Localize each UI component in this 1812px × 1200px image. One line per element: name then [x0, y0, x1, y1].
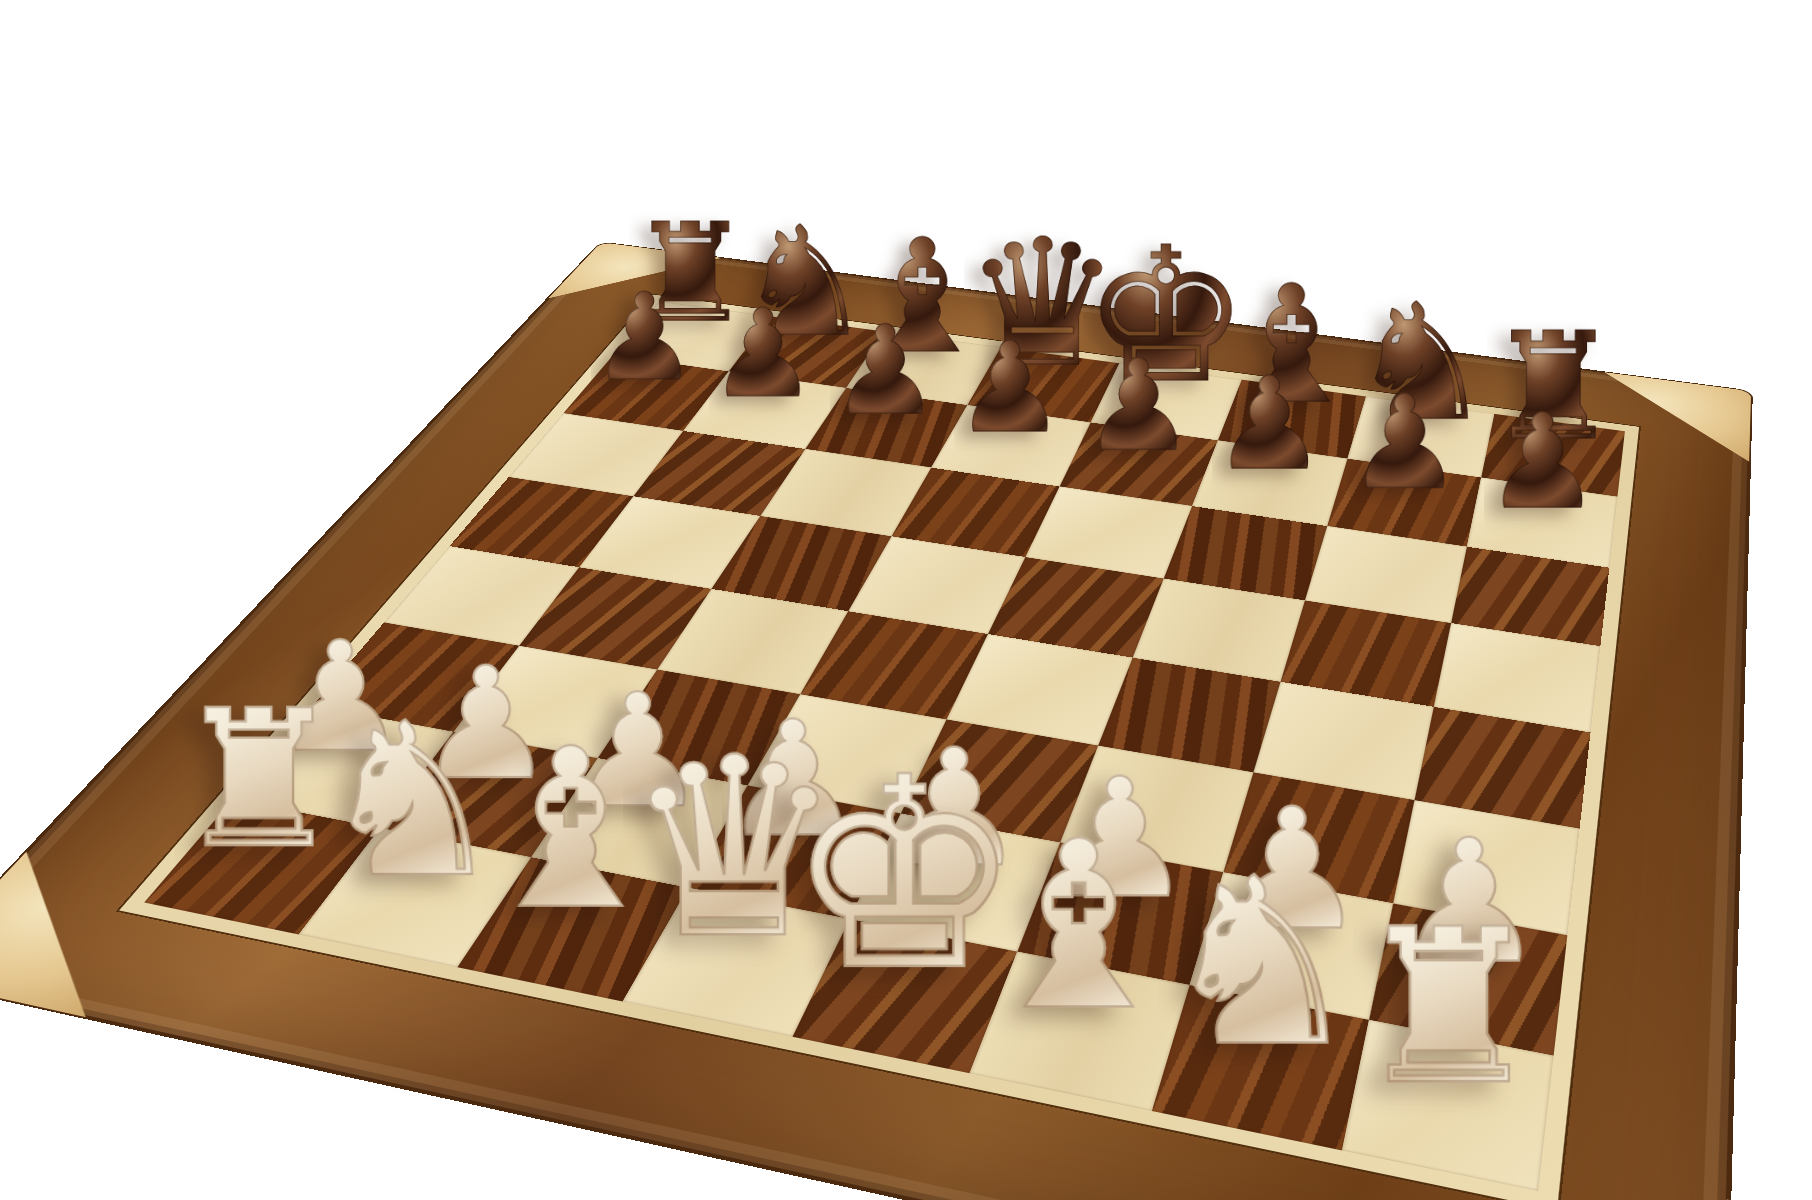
board-scene: ♜♞♝♛♚♝♞♜♟♟♟♟♟♟♟♟♟♟♟♟♟♟♟♟♜♞♝♛♚♝♞♜ [0, 0, 1812, 1200]
board-inner-maple-border: ♜♞♝♛♚♝♞♜♟♟♟♟♟♟♟♟♟♟♟♟♟♟♟♟♜♞♝♛♚♝♞♜ [116, 294, 1641, 1200]
square-h5 [1433, 623, 1600, 733]
square-g8: ♞ [1348, 396, 1494, 477]
square-g5 [1281, 600, 1451, 707]
square-g3 [1223, 772, 1414, 903]
piece-black-knight-g8: ♞ [1349, 289, 1493, 437]
square-h8: ♜ [1481, 414, 1625, 497]
chess-board: ♜♞♝♛♚♝♞♜♟♟♟♟♟♟♟♟♟♟♟♟♟♟♟♟♜♞♝♛♚♝♞♜ [0, 241, 1753, 1200]
square-g1: ♞ [1152, 985, 1369, 1151]
product-photo-stage: ♜♞♝♛♚♝♞♜♟♟♟♟♟♟♟♟♟♟♟♟♟♟♟♟♜♞♝♛♚♝♞♜ [0, 0, 1812, 1200]
piece-black-knight-b8: ♞ [737, 213, 873, 352]
piece-black-bishop-c8: ♝ [852, 224, 992, 368]
board-grid: ♜♞♝♛♚♝♞♜♟♟♟♟♟♟♟♟♟♟♟♟♟♟♟♟♜♞♝♛♚♝♞♜ [144, 301, 1625, 1191]
piece-black-rook-h8: ♜ [1487, 319, 1620, 456]
square-a3 [312, 622, 518, 732]
piece-black-bishop-f8: ♝ [1219, 270, 1364, 419]
square-g2: ♟ [1190, 872, 1393, 1019]
